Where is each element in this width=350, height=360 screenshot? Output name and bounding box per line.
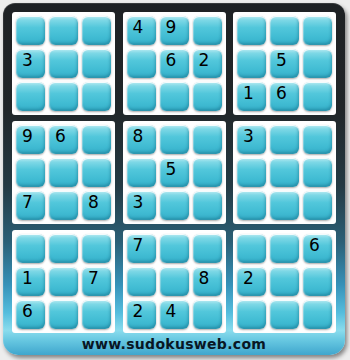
cell-r1c7[interactable] xyxy=(237,16,266,45)
cell-r2c1[interactable]: 3 xyxy=(16,49,45,78)
cell-r4c5[interactable] xyxy=(160,125,189,154)
cell-r7c9[interactable]: 6 xyxy=(303,234,332,263)
cell-r4c8[interactable] xyxy=(270,125,299,154)
cell-r3c4[interactable] xyxy=(127,82,156,111)
cell-r5c7[interactable] xyxy=(237,158,266,187)
cell-r5c3[interactable] xyxy=(82,158,111,187)
cell-r7c1[interactable] xyxy=(16,234,45,263)
cell-r7c2[interactable] xyxy=(49,234,78,263)
cell-r6c6[interactable] xyxy=(193,191,222,220)
cell-r4c4[interactable]: 8 xyxy=(127,125,156,154)
cell-r1c4[interactable]: 4 xyxy=(127,16,156,45)
cell-r9c6[interactable] xyxy=(193,300,222,329)
box-1: 3 xyxy=(12,12,115,115)
given-digit: 1 xyxy=(243,85,254,102)
cell-r5c5[interactable]: 5 xyxy=(160,158,189,187)
box-3: 516 xyxy=(233,12,336,115)
given-digit: 4 xyxy=(166,303,177,320)
cell-r2c4[interactable] xyxy=(127,49,156,78)
given-digit: 5 xyxy=(276,52,287,69)
cell-r5c1[interactable] xyxy=(16,158,45,187)
given-digit: 2 xyxy=(133,303,144,320)
given-digit: 6 xyxy=(276,85,287,102)
cell-r9c5[interactable]: 4 xyxy=(160,300,189,329)
cell-r4c7[interactable]: 3 xyxy=(237,125,266,154)
cell-r6c8[interactable] xyxy=(270,191,299,220)
cell-r2c7[interactable] xyxy=(237,49,266,78)
given-digit: 6 xyxy=(166,52,177,69)
cell-r1c5[interactable]: 9 xyxy=(160,16,189,45)
cell-r1c6[interactable] xyxy=(193,16,222,45)
cell-r5c2[interactable] xyxy=(49,158,78,187)
cell-r3c6[interactable] xyxy=(193,82,222,111)
given-digit: 2 xyxy=(243,270,254,287)
cell-r8c2[interactable] xyxy=(49,267,78,296)
cell-r2c3[interactable] xyxy=(82,49,111,78)
cell-r9c8[interactable] xyxy=(270,300,299,329)
cell-r4c9[interactable] xyxy=(303,125,332,154)
cell-r8c3[interactable]: 7 xyxy=(82,267,111,296)
given-digit: 9 xyxy=(22,128,33,145)
box-5: 853 xyxy=(123,121,226,224)
box-7: 176 xyxy=(12,230,115,333)
box-8: 7824 xyxy=(123,230,226,333)
cell-r2c8[interactable]: 5 xyxy=(270,49,299,78)
cell-r3c3[interactable] xyxy=(82,82,111,111)
given-digit: 4 xyxy=(133,19,144,36)
given-digit: 6 xyxy=(309,237,320,254)
given-digit: 6 xyxy=(55,128,66,145)
cell-r3c2[interactable] xyxy=(49,82,78,111)
given-digit: 8 xyxy=(133,128,144,145)
cell-r5c9[interactable] xyxy=(303,158,332,187)
cell-r6c2[interactable] xyxy=(49,191,78,220)
sudoku-grid: 3496251696788533176782462 xyxy=(12,12,336,333)
cell-r9c3[interactable] xyxy=(82,300,111,329)
cell-r3c5[interactable] xyxy=(160,82,189,111)
given-digit: 3 xyxy=(22,52,33,69)
box-6: 3 xyxy=(233,121,336,224)
given-digit: 7 xyxy=(133,237,144,254)
cell-r1c2[interactable] xyxy=(49,16,78,45)
box-4: 9678 xyxy=(12,121,115,224)
cell-r7c5[interactable] xyxy=(160,234,189,263)
cell-r7c4[interactable]: 7 xyxy=(127,234,156,263)
cell-r6c5[interactable] xyxy=(160,191,189,220)
cell-r5c6[interactable] xyxy=(193,158,222,187)
given-digit: 5 xyxy=(166,161,177,178)
cell-r6c7[interactable] xyxy=(237,191,266,220)
cell-r8c6[interactable]: 8 xyxy=(193,267,222,296)
sudoku-board: 3496251696788533176782462 www.sudokusweb… xyxy=(3,3,345,355)
cell-r4c1[interactable]: 9 xyxy=(16,125,45,154)
cell-r7c8[interactable] xyxy=(270,234,299,263)
cell-r8c8[interactable] xyxy=(270,267,299,296)
cell-r7c7[interactable] xyxy=(237,234,266,263)
cell-r9c7[interactable] xyxy=(237,300,266,329)
cell-r4c6[interactable] xyxy=(193,125,222,154)
cell-r7c6[interactable] xyxy=(193,234,222,263)
given-digit: 3 xyxy=(133,194,144,211)
cell-r6c9[interactable] xyxy=(303,191,332,220)
given-digit: 7 xyxy=(88,270,99,287)
given-digit: 1 xyxy=(22,270,33,287)
cell-r3c7[interactable]: 1 xyxy=(237,82,266,111)
given-digit: 8 xyxy=(88,194,99,211)
cell-r8c7[interactable]: 2 xyxy=(237,267,266,296)
site-url[interactable]: www.sudokusweb.com xyxy=(82,336,266,352)
cell-r3c1[interactable] xyxy=(16,82,45,111)
cell-r8c4[interactable] xyxy=(127,267,156,296)
footer: www.sudokusweb.com xyxy=(3,332,345,355)
cell-r5c8[interactable] xyxy=(270,158,299,187)
cell-r9c1[interactable]: 6 xyxy=(16,300,45,329)
cell-r6c3[interactable]: 8 xyxy=(82,191,111,220)
cell-r6c1[interactable]: 7 xyxy=(16,191,45,220)
cell-r1c9[interactable] xyxy=(303,16,332,45)
cell-r3c8[interactable]: 6 xyxy=(270,82,299,111)
cell-r8c1[interactable]: 1 xyxy=(16,267,45,296)
box-2: 4962 xyxy=(123,12,226,115)
cell-r3c9[interactable] xyxy=(303,82,332,111)
cell-r9c9[interactable] xyxy=(303,300,332,329)
cell-r1c3[interactable] xyxy=(82,16,111,45)
box-9: 62 xyxy=(233,230,336,333)
cell-r2c9[interactable] xyxy=(303,49,332,78)
cell-r9c2[interactable] xyxy=(49,300,78,329)
cell-r9c4[interactable]: 2 xyxy=(127,300,156,329)
cell-r2c6[interactable]: 2 xyxy=(193,49,222,78)
given-digit: 6 xyxy=(22,303,33,320)
cell-r6c4[interactable]: 3 xyxy=(127,191,156,220)
given-digit: 8 xyxy=(199,270,210,287)
given-digit: 3 xyxy=(243,128,254,145)
cell-r1c8[interactable] xyxy=(270,16,299,45)
cell-r2c2[interactable] xyxy=(49,49,78,78)
cell-r2c5[interactable]: 6 xyxy=(160,49,189,78)
cell-r7c3[interactable] xyxy=(82,234,111,263)
cell-r5c4[interactable] xyxy=(127,158,156,187)
given-digit: 7 xyxy=(22,194,33,211)
cell-r1c1[interactable] xyxy=(16,16,45,45)
cell-r8c5[interactable] xyxy=(160,267,189,296)
given-digit: 2 xyxy=(199,52,210,69)
cell-r4c3[interactable] xyxy=(82,125,111,154)
cell-r4c2[interactable]: 6 xyxy=(49,125,78,154)
cell-r8c9[interactable] xyxy=(303,267,332,296)
given-digit: 9 xyxy=(166,19,177,36)
